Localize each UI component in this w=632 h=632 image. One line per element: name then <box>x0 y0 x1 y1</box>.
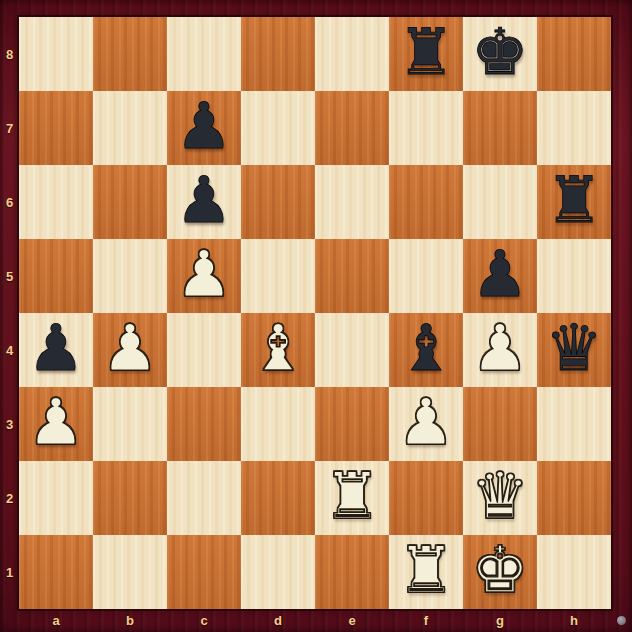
square-d8[interactable] <box>241 17 315 91</box>
black-king[interactable]: ♚ <box>471 20 528 84</box>
square-d4[interactable]: ♝ <box>241 313 315 387</box>
square-b8[interactable] <box>93 17 167 91</box>
rank-label-8: 8 <box>0 17 19 91</box>
file-label-f: f <box>389 609 463 632</box>
black-pawn[interactable]: ♟ <box>27 316 84 380</box>
square-g3[interactable] <box>463 387 537 461</box>
square-f7[interactable] <box>389 91 463 165</box>
square-b2[interactable] <box>93 461 167 535</box>
square-d1[interactable] <box>241 535 315 609</box>
file-label-d: d <box>241 609 315 632</box>
square-c8[interactable] <box>167 17 241 91</box>
square-a4[interactable]: ♟ <box>19 313 93 387</box>
square-c7[interactable]: ♟ <box>167 91 241 165</box>
square-b7[interactable] <box>93 91 167 165</box>
file-label-h: h <box>537 609 611 632</box>
black-pawn[interactable]: ♟ <box>175 168 232 232</box>
white-rook[interactable]: ♜ <box>323 464 380 528</box>
square-f2[interactable] <box>389 461 463 535</box>
file-label-g: g <box>463 609 537 632</box>
square-f5[interactable] <box>389 239 463 313</box>
rank-label-7: 7 <box>0 91 19 165</box>
rank-label-1: 1 <box>0 535 19 609</box>
square-c4[interactable] <box>167 313 241 387</box>
chess-board: ♜♚♟♟♜♟♟♟♟♝♝♟♛♟♟♜♛♜♚ <box>19 17 611 609</box>
square-h3[interactable] <box>537 387 611 461</box>
square-d5[interactable] <box>241 239 315 313</box>
file-label-c: c <box>167 609 241 632</box>
square-f8[interactable]: ♜ <box>389 17 463 91</box>
board-frame: ♜♚♟♟♜♟♟♟♟♝♝♟♛♟♟♜♛♜♚ 87654321abcdefgh <box>0 0 632 632</box>
square-e7[interactable] <box>315 91 389 165</box>
black-rook[interactable]: ♜ <box>397 20 454 84</box>
square-h5[interactable] <box>537 239 611 313</box>
square-f1[interactable]: ♜ <box>389 535 463 609</box>
square-e5[interactable] <box>315 239 389 313</box>
black-bishop[interactable]: ♝ <box>397 316 454 380</box>
black-queen[interactable]: ♛ <box>545 316 602 380</box>
square-h2[interactable] <box>537 461 611 535</box>
file-label-b: b <box>93 609 167 632</box>
square-f4[interactable]: ♝ <box>389 313 463 387</box>
square-g7[interactable] <box>463 91 537 165</box>
square-h6[interactable]: ♜ <box>537 165 611 239</box>
rank-label-2: 2 <box>0 461 19 535</box>
rank-label-4: 4 <box>0 313 19 387</box>
square-e2[interactable]: ♜ <box>315 461 389 535</box>
square-h1[interactable] <box>537 535 611 609</box>
white-pawn[interactable]: ♟ <box>397 390 454 454</box>
square-g1[interactable]: ♚ <box>463 535 537 609</box>
square-a6[interactable] <box>19 165 93 239</box>
white-bishop[interactable]: ♝ <box>249 316 306 380</box>
square-f3[interactable]: ♟ <box>389 387 463 461</box>
white-pawn[interactable]: ♟ <box>101 316 158 380</box>
square-c3[interactable] <box>167 387 241 461</box>
square-c1[interactable] <box>167 535 241 609</box>
square-a5[interactable] <box>19 239 93 313</box>
square-g4[interactable]: ♟ <box>463 313 537 387</box>
square-g2[interactable]: ♛ <box>463 461 537 535</box>
white-pawn[interactable]: ♟ <box>175 242 232 306</box>
square-h7[interactable] <box>537 91 611 165</box>
square-e3[interactable] <box>315 387 389 461</box>
square-g5[interactable]: ♟ <box>463 239 537 313</box>
square-b1[interactable] <box>93 535 167 609</box>
square-b6[interactable] <box>93 165 167 239</box>
black-pawn[interactable]: ♟ <box>471 242 528 306</box>
black-rook[interactable]: ♜ <box>545 168 602 232</box>
square-e6[interactable] <box>315 165 389 239</box>
square-d7[interactable] <box>241 91 315 165</box>
white-king[interactable]: ♚ <box>471 538 528 602</box>
white-rook[interactable]: ♜ <box>397 538 454 602</box>
rank-label-6: 6 <box>0 165 19 239</box>
square-a1[interactable] <box>19 535 93 609</box>
white-queen[interactable]: ♛ <box>471 464 528 528</box>
square-e4[interactable] <box>315 313 389 387</box>
rank-label-3: 3 <box>0 387 19 461</box>
rank-label-5: 5 <box>0 239 19 313</box>
square-e1[interactable] <box>315 535 389 609</box>
square-b4[interactable]: ♟ <box>93 313 167 387</box>
square-d3[interactable] <box>241 387 315 461</box>
square-c6[interactable]: ♟ <box>167 165 241 239</box>
file-label-a: a <box>19 609 93 632</box>
square-g6[interactable] <box>463 165 537 239</box>
square-b3[interactable] <box>93 387 167 461</box>
square-c5[interactable]: ♟ <box>167 239 241 313</box>
square-h4[interactable]: ♛ <box>537 313 611 387</box>
square-f6[interactable] <box>389 165 463 239</box>
square-d2[interactable] <box>241 461 315 535</box>
square-b5[interactable] <box>93 239 167 313</box>
square-h8[interactable] <box>537 17 611 91</box>
white-pawn[interactable]: ♟ <box>27 390 84 454</box>
square-d6[interactable] <box>241 165 315 239</box>
square-e8[interactable] <box>315 17 389 91</box>
square-a7[interactable] <box>19 91 93 165</box>
white-pawn[interactable]: ♟ <box>471 316 528 380</box>
square-g8[interactable]: ♚ <box>463 17 537 91</box>
square-a2[interactable] <box>19 461 93 535</box>
corner-dot <box>617 616 626 625</box>
black-pawn[interactable]: ♟ <box>175 94 232 158</box>
square-a3[interactable]: ♟ <box>19 387 93 461</box>
square-c2[interactable] <box>167 461 241 535</box>
square-a8[interactable] <box>19 17 93 91</box>
file-label-e: e <box>315 609 389 632</box>
